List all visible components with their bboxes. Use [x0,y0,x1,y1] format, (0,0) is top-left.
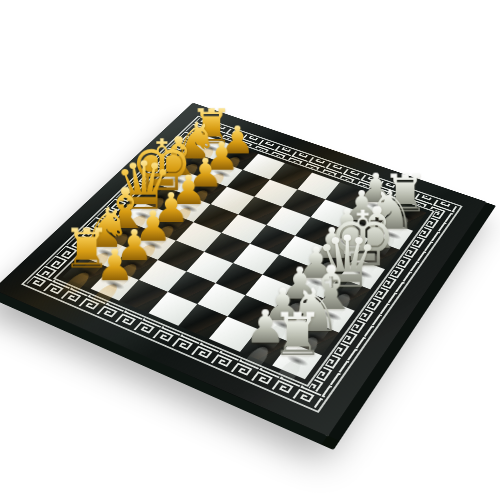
product-photo-scene: ♜♟♟♜♞♟♟♞♝♟♟♝♚♟♟♚♛♟♟♛♝♟♟♝♞♟♟♞♜♟♟♜ [0,0,500,500]
silver-rook-icon: ♜ [271,306,324,362]
board-frame: ♜♟♟♜♞♟♟♞♝♟♟♝♚♟♟♚♛♟♟♛♝♟♟♝♞♟♟♞♜♟♟♜ [0,103,487,437]
chessboard: ♜♟♟♜♞♟♟♞♝♟♟♝♚♟♟♚♛♟♟♛♝♟♟♝♞♟♟♞♜♟♟♜ [0,103,487,437]
gold-pawn-icon: ♟ [95,244,134,285]
